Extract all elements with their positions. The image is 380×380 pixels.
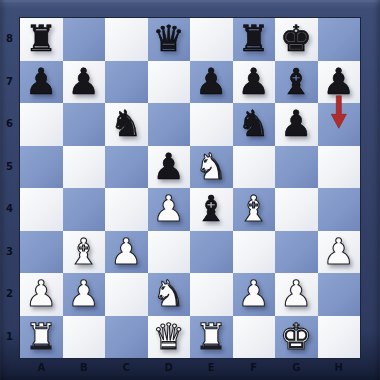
piece-white-knight-d2[interactable]: ♞ <box>153 276 185 312</box>
square-a4[interactable] <box>20 188 63 231</box>
square-c7[interactable] <box>105 61 148 104</box>
piece-white-bishop-f4[interactable]: ♝ <box>238 191 270 227</box>
piece-black-knight-f6[interactable]: ♞ <box>238 106 270 142</box>
square-h7[interactable]: ♟ <box>318 61 361 104</box>
square-h8[interactable] <box>318 18 361 61</box>
square-a8[interactable]: ♜ <box>20 18 63 61</box>
piece-white-pawn-c3[interactable]: ♟ <box>110 234 142 270</box>
square-h6[interactable] <box>318 103 361 146</box>
square-g5[interactable] <box>275 146 318 189</box>
square-c2[interactable] <box>105 273 148 316</box>
square-d6[interactable] <box>148 103 191 146</box>
file-label-G: G <box>275 361 318 375</box>
chess-board: ♜♛♜♚♟♟♟♟♝♟♞♞♟♟♞♟♝♝♝♟♟♟♟♞♟♟♜♛♜♚ <box>19 17 361 359</box>
file-label-D: D <box>148 361 191 375</box>
square-g2[interactable]: ♟ <box>275 273 318 316</box>
square-a1[interactable]: ♜ <box>20 316 63 359</box>
piece-white-pawn-b2[interactable]: ♟ <box>68 276 100 312</box>
piece-black-pawn-a7[interactable]: ♟ <box>25 64 57 100</box>
square-c6[interactable]: ♞ <box>105 103 148 146</box>
piece-black-pawn-g6[interactable]: ♟ <box>280 106 312 142</box>
square-e4[interactable]: ♝ <box>190 188 233 231</box>
square-h1[interactable] <box>318 316 361 359</box>
rank-label-7: 7 <box>0 61 19 104</box>
square-f1[interactable] <box>233 316 276 359</box>
square-g7[interactable]: ♝ <box>275 61 318 104</box>
rank-label-6: 6 <box>0 103 19 146</box>
piece-white-rook-a1[interactable]: ♜ <box>25 319 57 355</box>
piece-black-pawn-f7[interactable]: ♟ <box>238 64 270 100</box>
piece-black-pawn-h7[interactable]: ♟ <box>323 64 355 100</box>
piece-black-pawn-b7[interactable]: ♟ <box>68 64 100 100</box>
square-a7[interactable]: ♟ <box>20 61 63 104</box>
square-f6[interactable]: ♞ <box>233 103 276 146</box>
square-b4[interactable] <box>63 188 106 231</box>
rank-label-4: 4 <box>0 188 19 231</box>
square-g4[interactable] <box>275 188 318 231</box>
square-d3[interactable] <box>148 231 191 274</box>
piece-white-pawn-f2[interactable]: ♟ <box>238 276 270 312</box>
square-b8[interactable] <box>63 18 106 61</box>
piece-black-rook-f8[interactable]: ♜ <box>238 21 270 57</box>
square-d1[interactable]: ♛ <box>148 316 191 359</box>
chess-board-frame: ♜♛♜♚♟♟♟♟♝♟♞♞♟♟♞♟♝♝♝♟♟♟♟♞♟♟♜♛♜♚ 87654321 … <box>0 0 380 380</box>
square-c8[interactable] <box>105 18 148 61</box>
square-e2[interactable] <box>190 273 233 316</box>
piece-white-pawn-d4[interactable]: ♟ <box>153 191 185 227</box>
square-e7[interactable]: ♟ <box>190 61 233 104</box>
piece-black-king-g8[interactable]: ♚ <box>280 21 312 57</box>
square-a6[interactable] <box>20 103 63 146</box>
piece-black-knight-c6[interactable]: ♞ <box>110 106 142 142</box>
file-label-C: C <box>105 361 148 375</box>
square-c1[interactable] <box>105 316 148 359</box>
piece-black-bishop-g7[interactable]: ♝ <box>280 64 312 100</box>
square-h2[interactable] <box>318 273 361 316</box>
square-g8[interactable]: ♚ <box>275 18 318 61</box>
square-f4[interactable]: ♝ <box>233 188 276 231</box>
file-label-H: H <box>318 361 361 375</box>
square-e1[interactable]: ♜ <box>190 316 233 359</box>
piece-white-pawn-a2[interactable]: ♟ <box>25 276 57 312</box>
square-e3[interactable] <box>190 231 233 274</box>
square-f5[interactable] <box>233 146 276 189</box>
piece-black-rook-a8[interactable]: ♜ <box>25 21 57 57</box>
piece-black-pawn-e7[interactable]: ♟ <box>195 64 227 100</box>
square-d5[interactable]: ♟ <box>148 146 191 189</box>
square-b3[interactable]: ♝ <box>63 231 106 274</box>
square-b2[interactable]: ♟ <box>63 273 106 316</box>
square-f7[interactable]: ♟ <box>233 61 276 104</box>
file-label-F: F <box>233 361 276 375</box>
piece-white-pawn-g2[interactable]: ♟ <box>280 276 312 312</box>
square-h4[interactable] <box>318 188 361 231</box>
piece-white-bishop-b3[interactable]: ♝ <box>68 234 100 270</box>
file-label-B: B <box>63 361 106 375</box>
piece-white-queen-d1[interactable]: ♛ <box>153 319 185 355</box>
square-b6[interactable] <box>63 103 106 146</box>
piece-white-pawn-h3[interactable]: ♟ <box>323 234 355 270</box>
square-c5[interactable] <box>105 146 148 189</box>
square-e6[interactable] <box>190 103 233 146</box>
square-a5[interactable] <box>20 146 63 189</box>
square-h3[interactable]: ♟ <box>318 231 361 274</box>
piece-white-knight-e5[interactable]: ♞ <box>195 149 227 185</box>
square-d7[interactable] <box>148 61 191 104</box>
square-c3[interactable]: ♟ <box>105 231 148 274</box>
file-label-E: E <box>190 361 233 375</box>
square-c4[interactable] <box>105 188 148 231</box>
square-d8[interactable]: ♛ <box>148 18 191 61</box>
piece-black-pawn-d5[interactable]: ♟ <box>153 149 185 185</box>
piece-white-king-g1[interactable]: ♚ <box>280 319 312 355</box>
square-b7[interactable]: ♟ <box>63 61 106 104</box>
square-a3[interactable] <box>20 231 63 274</box>
square-f8[interactable]: ♜ <box>233 18 276 61</box>
rank-label-2: 2 <box>0 273 19 316</box>
square-f2[interactable]: ♟ <box>233 273 276 316</box>
square-e5[interactable]: ♞ <box>190 146 233 189</box>
square-d4[interactable]: ♟ <box>148 188 191 231</box>
square-g3[interactable] <box>275 231 318 274</box>
piece-white-rook-e1[interactable]: ♜ <box>195 319 227 355</box>
rank-label-8: 8 <box>0 18 19 61</box>
piece-black-bishop-e4[interactable]: ♝ <box>195 191 227 227</box>
square-f3[interactable] <box>233 231 276 274</box>
square-e8[interactable] <box>190 18 233 61</box>
piece-black-queen-d8[interactable]: ♛ <box>153 21 185 57</box>
square-d2[interactable]: ♞ <box>148 273 191 316</box>
square-h5[interactable] <box>318 146 361 189</box>
square-b1[interactable] <box>63 316 106 359</box>
square-b5[interactable] <box>63 146 106 189</box>
square-g6[interactable]: ♟ <box>275 103 318 146</box>
file-label-A: A <box>20 361 63 375</box>
rank-label-5: 5 <box>0 146 19 189</box>
rank-label-1: 1 <box>0 316 19 359</box>
square-g1[interactable]: ♚ <box>275 316 318 359</box>
rank-label-3: 3 <box>0 231 19 274</box>
square-a2[interactable]: ♟ <box>20 273 63 316</box>
